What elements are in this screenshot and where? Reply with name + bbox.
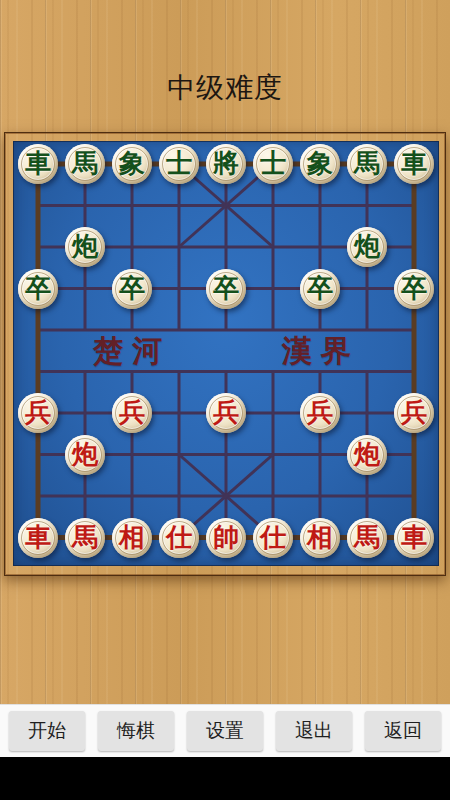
river-label-right: 漢界	[282, 331, 360, 372]
piece-black-general[interactable]: 將	[206, 144, 246, 184]
piece-glyph: 卒	[25, 269, 51, 309]
piece-black-cannon[interactable]: 炮	[347, 227, 387, 267]
settings-button[interactable]: 设置	[187, 711, 263, 751]
piece-glyph: 兵	[213, 393, 239, 433]
piece-red-horse[interactable]: 馬	[347, 518, 387, 558]
piece-red-soldier[interactable]: 兵	[18, 393, 58, 433]
piece-red-cannon[interactable]: 炮	[347, 435, 387, 475]
piece-red-horse[interactable]: 馬	[65, 518, 105, 558]
piece-glyph: 車	[401, 144, 427, 184]
piece-red-chariot[interactable]: 車	[394, 518, 434, 558]
piece-glyph: 馬	[354, 144, 380, 184]
board-frame: 楚河 漢界 車馬象士將士象馬車炮炮卒卒卒卒卒兵兵兵兵兵炮炮車馬相仕帥仕相馬車	[4, 132, 446, 576]
piece-black-soldier[interactable]: 卒	[394, 269, 434, 309]
piece-glyph: 卒	[401, 269, 427, 309]
piece-black-advisor[interactable]: 士	[159, 144, 199, 184]
piece-glyph: 兵	[25, 393, 51, 433]
piece-glyph: 象	[307, 144, 333, 184]
piece-red-soldier[interactable]: 兵	[112, 393, 152, 433]
piece-glyph: 炮	[354, 435, 380, 475]
piece-glyph: 兵	[401, 393, 427, 433]
piece-black-chariot[interactable]: 車	[394, 144, 434, 184]
piece-red-soldier[interactable]: 兵	[300, 393, 340, 433]
piece-glyph: 馬	[354, 518, 380, 558]
river-label-left: 楚河	[93, 331, 171, 372]
piece-glyph: 馬	[72, 518, 98, 558]
piece-red-elephant[interactable]: 相	[300, 518, 340, 558]
piece-glyph: 仕	[166, 518, 192, 558]
board-grid	[13, 141, 439, 566]
piece-glyph: 車	[25, 518, 51, 558]
undo-button[interactable]: 悔棋	[98, 711, 174, 751]
piece-black-advisor[interactable]: 士	[253, 144, 293, 184]
piece-black-horse[interactable]: 馬	[65, 144, 105, 184]
piece-red-chariot[interactable]: 車	[18, 518, 58, 558]
piece-red-advisor[interactable]: 仕	[253, 518, 293, 558]
piece-black-elephant[interactable]: 象	[300, 144, 340, 184]
piece-black-soldier[interactable]: 卒	[18, 269, 58, 309]
exit-button[interactable]: 退出	[276, 711, 352, 751]
piece-glyph: 馬	[72, 144, 98, 184]
piece-black-soldier[interactable]: 卒	[112, 269, 152, 309]
piece-glyph: 炮	[72, 435, 98, 475]
piece-black-soldier[interactable]: 卒	[206, 269, 246, 309]
piece-red-soldier[interactable]: 兵	[394, 393, 434, 433]
piece-glyph: 相	[119, 518, 145, 558]
piece-red-general[interactable]: 帥	[206, 518, 246, 558]
toolbar: 开始悔棋设置退出返回	[0, 704, 450, 757]
piece-glyph: 仕	[260, 518, 286, 558]
piece-red-cannon[interactable]: 炮	[65, 435, 105, 475]
piece-glyph: 象	[119, 144, 145, 184]
piece-glyph: 兵	[307, 393, 333, 433]
piece-black-cannon[interactable]: 炮	[65, 227, 105, 267]
piece-glyph: 卒	[213, 269, 239, 309]
return-button[interactable]: 返回	[365, 711, 441, 751]
xiangqi-board[interactable]: 楚河 漢界 車馬象士將士象馬車炮炮卒卒卒卒卒兵兵兵兵兵炮炮車馬相仕帥仕相馬車	[13, 141, 439, 566]
piece-glyph: 車	[25, 144, 51, 184]
piece-black-soldier[interactable]: 卒	[300, 269, 340, 309]
piece-glyph: 卒	[119, 269, 145, 309]
page-title: 中级难度	[0, 74, 450, 102]
piece-black-elephant[interactable]: 象	[112, 144, 152, 184]
start-button[interactable]: 开始	[9, 711, 85, 751]
piece-glyph: 帥	[213, 518, 239, 558]
piece-glyph: 兵	[119, 393, 145, 433]
piece-glyph: 將	[213, 144, 239, 184]
piece-glyph: 相	[307, 518, 333, 558]
piece-glyph: 炮	[354, 227, 380, 267]
android-navbar	[0, 757, 450, 800]
piece-red-elephant[interactable]: 相	[112, 518, 152, 558]
piece-red-soldier[interactable]: 兵	[206, 393, 246, 433]
piece-glyph: 車	[401, 518, 427, 558]
piece-glyph: 炮	[72, 227, 98, 267]
piece-black-horse[interactable]: 馬	[347, 144, 387, 184]
piece-glyph: 士	[166, 144, 192, 184]
piece-red-advisor[interactable]: 仕	[159, 518, 199, 558]
piece-glyph: 卒	[307, 269, 333, 309]
piece-black-chariot[interactable]: 車	[18, 144, 58, 184]
piece-glyph: 士	[260, 144, 286, 184]
